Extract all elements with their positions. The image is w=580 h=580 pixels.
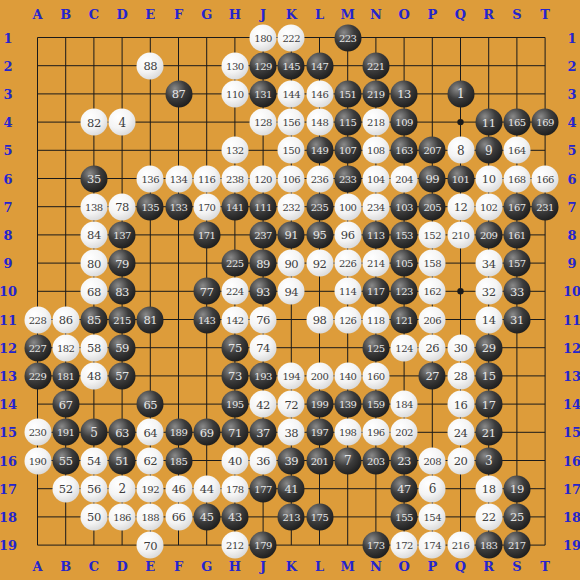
stone-F16[interactable]: 185 — [165, 447, 192, 474]
stone-D10[interactable]: 83 — [109, 278, 136, 305]
col-label-top-Q: Q — [455, 8, 466, 21]
stone-O7[interactable]: 103 — [391, 193, 418, 220]
stone-M11[interactable]: 126 — [334, 306, 361, 333]
stone-N14[interactable]: 159 — [362, 391, 389, 418]
stone-P6[interactable]: 99 — [419, 165, 446, 192]
stone-S18[interactable]: 25 — [503, 503, 530, 530]
stone-K3[interactable]: 144 — [278, 80, 305, 107]
stone-E19[interactable]: 70 — [137, 532, 164, 559]
stone-O6[interactable]: 204 — [391, 165, 418, 192]
row-label-right-16: 16 — [563, 454, 580, 467]
stone-K17[interactable]: 41 — [278, 475, 305, 502]
stone-Q6[interactable]: 101 — [447, 165, 474, 192]
stone-S10[interactable]: 33 — [503, 278, 530, 305]
row-label-left-5: 5 — [3, 144, 12, 157]
stone-L15[interactable]: 197 — [306, 419, 333, 446]
stone-H17[interactable]: 178 — [221, 475, 248, 502]
stone-J8[interactable]: 237 — [250, 221, 277, 248]
stone-K5[interactable]: 150 — [278, 137, 305, 164]
stone-H15[interactable]: 71 — [221, 419, 248, 446]
stone-L7[interactable]: 235 — [306, 193, 333, 220]
stone-O12[interactable]: 124 — [391, 334, 418, 361]
stone-M8[interactable]: 96 — [334, 221, 361, 248]
stone-L2[interactable]: 147 — [306, 52, 333, 79]
stone-H18[interactable]: 43 — [221, 503, 248, 530]
stone-K13[interactable]: 194 — [278, 362, 305, 389]
stone-Q19[interactable]: 216 — [447, 532, 474, 559]
stone-H19[interactable]: 212 — [221, 532, 248, 559]
stone-J12[interactable]: 74 — [250, 334, 277, 361]
stone-D12[interactable]: 59 — [109, 334, 136, 361]
stone-H13[interactable]: 73 — [221, 362, 248, 389]
stone-L9[interactable]: 92 — [306, 250, 333, 277]
row-label-left-12: 12 — [0, 341, 17, 354]
stone-C18[interactable]: 50 — [80, 503, 107, 530]
stone-C16[interactable]: 54 — [80, 447, 107, 474]
stone-H3[interactable]: 110 — [221, 80, 248, 107]
stone-Q13[interactable]: 28 — [447, 362, 474, 389]
stone-F18[interactable]: 66 — [165, 503, 192, 530]
col-label-top-P: P — [427, 8, 437, 21]
stone-J16[interactable]: 36 — [250, 447, 277, 474]
stone-P11[interactable]: 206 — [419, 306, 446, 333]
col-label-top-L: L — [315, 8, 324, 21]
stone-P12[interactable]: 26 — [419, 334, 446, 361]
stone-J19[interactable]: 179 — [250, 532, 277, 559]
stone-N4[interactable]: 218 — [362, 109, 389, 136]
stone-K15[interactable]: 38 — [278, 419, 305, 446]
stone-L13[interactable]: 200 — [306, 362, 333, 389]
col-label-top-A: A — [32, 8, 42, 21]
stone-C10[interactable]: 68 — [80, 278, 107, 305]
stone-T6[interactable]: 166 — [532, 165, 559, 192]
stone-O14[interactable]: 184 — [391, 391, 418, 418]
stone-F3[interactable]: 87 — [165, 80, 192, 107]
stone-F6[interactable]: 134 — [165, 165, 192, 192]
col-label-bottom-R: R — [483, 560, 494, 573]
col-label-bottom-G: G — [201, 560, 212, 573]
stone-N11[interactable]: 118 — [362, 306, 389, 333]
stone-C9[interactable]: 80 — [80, 250, 107, 277]
stone-O10[interactable]: 123 — [391, 278, 418, 305]
row-label-right-3: 3 — [567, 87, 576, 100]
col-label-bottom-K: K — [286, 560, 297, 573]
stone-O9[interactable]: 105 — [391, 250, 418, 277]
stone-D17[interactable]: 2 — [109, 475, 136, 502]
stone-O8[interactable]: 153 — [391, 221, 418, 248]
stone-R17[interactable]: 18 — [475, 475, 502, 502]
col-label-top-R: R — [483, 8, 494, 21]
col-label-top-M: M — [340, 8, 354, 21]
stone-H16[interactable]: 40 — [221, 447, 248, 474]
stone-E11[interactable]: 81 — [137, 306, 164, 333]
stone-P9[interactable]: 158 — [419, 250, 446, 277]
row-label-right-4: 4 — [567, 116, 576, 129]
stone-J17[interactable]: 177 — [250, 475, 277, 502]
stone-K10[interactable]: 94 — [278, 278, 305, 305]
stone-S4[interactable]: 165 — [503, 109, 530, 136]
stone-K14[interactable]: 72 — [278, 391, 305, 418]
stone-R13[interactable]: 15 — [475, 362, 502, 389]
stone-C6[interactable]: 35 — [80, 165, 107, 192]
col-label-top-H: H — [229, 8, 241, 21]
stone-T7[interactable]: 231 — [532, 193, 559, 220]
stone-D11[interactable]: 215 — [109, 306, 136, 333]
row-label-left-17: 17 — [0, 482, 17, 495]
row-label-left-9: 9 — [3, 257, 12, 270]
stone-P16[interactable]: 208 — [419, 447, 446, 474]
row-label-left-2: 2 — [3, 59, 12, 72]
stone-R10[interactable]: 32 — [475, 278, 502, 305]
stone-K8[interactable]: 91 — [278, 221, 305, 248]
stone-J9[interactable]: 89 — [250, 250, 277, 277]
stone-L14[interactable]: 199 — [306, 391, 333, 418]
stone-J14[interactable]: 42 — [250, 391, 277, 418]
stone-L6[interactable]: 236 — [306, 165, 333, 192]
stone-E6[interactable]: 136 — [137, 165, 164, 192]
stone-E7[interactable]: 135 — [137, 193, 164, 220]
stone-R12[interactable]: 29 — [475, 334, 502, 361]
stone-S17[interactable]: 19 — [503, 475, 530, 502]
stone-E16[interactable]: 62 — [137, 447, 164, 474]
col-label-bottom-M: M — [340, 560, 354, 573]
stone-F7[interactable]: 133 — [165, 193, 192, 220]
stone-R9[interactable]: 34 — [475, 250, 502, 277]
stone-B17[interactable]: 52 — [52, 475, 79, 502]
stone-H7[interactable]: 141 — [221, 193, 248, 220]
stone-J7[interactable]: 111 — [250, 193, 277, 220]
stone-J4[interactable]: 128 — [250, 109, 277, 136]
stone-E2[interactable]: 88 — [137, 52, 164, 79]
stone-O18[interactable]: 155 — [391, 503, 418, 530]
stone-A11[interactable]: 228 — [24, 306, 51, 333]
col-label-top-G: G — [201, 8, 212, 21]
row-label-left-7: 7 — [3, 200, 12, 213]
stone-M14[interactable]: 139 — [334, 391, 361, 418]
stone-R6[interactable]: 10 — [475, 165, 502, 192]
row-label-right-1: 1 — [567, 31, 576, 44]
row-label-right-11: 11 — [563, 313, 580, 326]
stone-H12[interactable]: 75 — [221, 334, 248, 361]
row-label-left-18: 18 — [0, 510, 17, 523]
stone-B13[interactable]: 181 — [52, 362, 79, 389]
stone-R14[interactable]: 17 — [475, 391, 502, 418]
stone-G8[interactable]: 171 — [193, 221, 220, 248]
col-label-bottom-S: S — [512, 560, 521, 573]
stone-A15[interactable]: 230 — [24, 419, 51, 446]
stone-H11[interactable]: 142 — [221, 306, 248, 333]
stone-R7[interactable]: 102 — [475, 193, 502, 220]
row-label-left-8: 8 — [3, 228, 12, 241]
row-label-right-10: 10 — [563, 285, 580, 298]
stone-P7[interactable]: 205 — [419, 193, 446, 220]
stone-G17[interactable]: 44 — [193, 475, 220, 502]
stone-D9[interactable]: 79 — [109, 250, 136, 277]
stone-O5[interactable]: 163 — [391, 137, 418, 164]
col-label-bottom-T: T — [540, 560, 550, 573]
stone-O15[interactable]: 202 — [391, 419, 418, 446]
stone-G10[interactable]: 77 — [193, 278, 220, 305]
col-label-bottom-J: J — [260, 560, 266, 573]
stone-N6[interactable]: 104 — [362, 165, 389, 192]
stone-C12[interactable]: 58 — [80, 334, 107, 361]
col-label-top-J: J — [260, 8, 266, 21]
col-label-top-N: N — [370, 8, 382, 21]
stone-S6[interactable]: 168 — [503, 165, 530, 192]
stone-J2[interactable]: 129 — [250, 52, 277, 79]
col-label-bottom-B: B — [60, 560, 71, 573]
stone-H6[interactable]: 238 — [221, 165, 248, 192]
row-label-left-3: 3 — [3, 87, 12, 100]
stone-G18[interactable]: 45 — [193, 503, 220, 530]
stone-G11[interactable]: 143 — [193, 306, 220, 333]
stone-J3[interactable]: 131 — [250, 80, 277, 107]
stone-Q8[interactable]: 210 — [447, 221, 474, 248]
row-label-left-16: 16 — [0, 454, 17, 467]
stone-A16[interactable]: 190 — [24, 447, 51, 474]
row-label-right-19: 19 — [563, 539, 580, 552]
stone-M16[interactable]: 7 — [334, 447, 361, 474]
col-label-bottom-E: E — [145, 560, 155, 573]
stone-S5[interactable]: 164 — [503, 137, 530, 164]
col-label-bottom-L: L — [315, 560, 324, 573]
row-label-left-10: 10 — [0, 285, 17, 298]
stone-O11[interactable]: 121 — [391, 306, 418, 333]
stone-R5[interactable]: 9 — [475, 137, 502, 164]
stone-J10[interactable]: 93 — [250, 278, 277, 305]
stone-E18[interactable]: 188 — [137, 503, 164, 530]
stone-L16[interactable]: 201 — [306, 447, 333, 474]
stone-K9[interactable]: 90 — [278, 250, 305, 277]
stone-K2[interactable]: 145 — [278, 52, 305, 79]
stone-O17[interactable]: 47 — [391, 475, 418, 502]
stone-O16[interactable]: 23 — [391, 447, 418, 474]
stone-R8[interactable]: 209 — [475, 221, 502, 248]
row-label-right-13: 13 — [563, 369, 580, 382]
stone-F17[interactable]: 46 — [165, 475, 192, 502]
stone-O3[interactable]: 13 — [391, 80, 418, 107]
stone-R15[interactable]: 21 — [475, 419, 502, 446]
stone-D15[interactable]: 63 — [109, 419, 136, 446]
stone-C7[interactable]: 138 — [80, 193, 107, 220]
stone-D8[interactable]: 137 — [109, 221, 136, 248]
stone-R19[interactable]: 183 — [475, 532, 502, 559]
stone-M4[interactable]: 115 — [334, 109, 361, 136]
stone-A12[interactable]: 227 — [24, 334, 51, 361]
stone-N15[interactable]: 196 — [362, 419, 389, 446]
stone-L11[interactable]: 98 — [306, 306, 333, 333]
stone-K16[interactable]: 39 — [278, 447, 305, 474]
stone-D4[interactable]: 4 — [109, 109, 136, 136]
stone-Q3[interactable]: 1 — [447, 80, 474, 107]
stone-B11[interactable]: 86 — [52, 306, 79, 333]
row-label-left-11: 11 — [0, 313, 17, 326]
row-label-right-7: 7 — [567, 200, 576, 213]
stone-Q15[interactable]: 24 — [447, 419, 474, 446]
stone-G6[interactable]: 116 — [193, 165, 220, 192]
stone-B12[interactable]: 182 — [52, 334, 79, 361]
stone-B14[interactable]: 67 — [52, 391, 79, 418]
stone-C8[interactable]: 84 — [80, 221, 107, 248]
stone-D18[interactable]: 186 — [109, 503, 136, 530]
stone-L18[interactable]: 175 — [306, 503, 333, 530]
stone-D7[interactable]: 78 — [109, 193, 136, 220]
col-label-top-C: C — [89, 8, 99, 21]
stone-P17[interactable]: 6 — [419, 475, 446, 502]
stone-P13[interactable]: 27 — [419, 362, 446, 389]
row-label-right-17: 17 — [563, 482, 580, 495]
stone-J13[interactable]: 193 — [250, 362, 277, 389]
star-point-Q4 — [457, 119, 463, 125]
stone-M13[interactable]: 140 — [334, 362, 361, 389]
col-label-top-D: D — [116, 8, 127, 21]
stone-M3[interactable]: 151 — [334, 80, 361, 107]
stone-N7[interactable]: 234 — [362, 193, 389, 220]
stone-K1[interactable]: 222 — [278, 24, 305, 51]
stone-N19[interactable]: 173 — [362, 532, 389, 559]
stone-B16[interactable]: 55 — [52, 447, 79, 474]
row-label-left-13: 13 — [0, 369, 17, 382]
stone-C11[interactable]: 85 — [80, 306, 107, 333]
stone-N16[interactable]: 203 — [362, 447, 389, 474]
stone-M1[interactable]: 223 — [334, 24, 361, 51]
stone-S8[interactable]: 161 — [503, 221, 530, 248]
stone-Q12[interactable]: 30 — [447, 334, 474, 361]
row-label-right-8: 8 — [567, 228, 576, 241]
stone-O4[interactable]: 109 — [391, 109, 418, 136]
stone-G7[interactable]: 170 — [193, 193, 220, 220]
go-board[interactable]: AABBCCDDEEFFGGHHJJKKLLMMNNOOPPQQRRSSTT11… — [0, 0, 580, 580]
stone-P10[interactable]: 162 — [419, 278, 446, 305]
stone-K6[interactable]: 106 — [278, 165, 305, 192]
col-label-bottom-P: P — [427, 560, 437, 573]
col-label-bottom-O: O — [398, 560, 409, 573]
stone-L5[interactable]: 149 — [306, 137, 333, 164]
stone-R18[interactable]: 22 — [475, 503, 502, 530]
col-label-top-E: E — [145, 8, 155, 21]
col-label-top-B: B — [60, 8, 71, 21]
stone-M7[interactable]: 100 — [334, 193, 361, 220]
row-label-right-5: 5 — [567, 144, 576, 157]
stone-H14[interactable]: 195 — [221, 391, 248, 418]
col-label-bottom-F: F — [174, 560, 183, 573]
stone-E14[interactable]: 65 — [137, 391, 164, 418]
stone-M5[interactable]: 107 — [334, 137, 361, 164]
stone-H2[interactable]: 130 — [221, 52, 248, 79]
stone-P8[interactable]: 152 — [419, 221, 446, 248]
stone-H5[interactable]: 132 — [221, 137, 248, 164]
stone-C15[interactable]: 5 — [80, 419, 107, 446]
stone-R16[interactable]: 3 — [475, 447, 502, 474]
stone-M6[interactable]: 233 — [334, 165, 361, 192]
stone-A13[interactable]: 229 — [24, 362, 51, 389]
stone-S9[interactable]: 157 — [503, 250, 530, 277]
stone-D16[interactable]: 51 — [109, 447, 136, 474]
stone-P19[interactable]: 174 — [419, 532, 446, 559]
star-point-Q10 — [457, 288, 463, 294]
stone-K7[interactable]: 232 — [278, 193, 305, 220]
stone-H9[interactable]: 225 — [221, 250, 248, 277]
stone-C4[interactable]: 82 — [80, 109, 107, 136]
stone-N9[interactable]: 214 — [362, 250, 389, 277]
col-label-bottom-D: D — [116, 560, 127, 573]
col-label-bottom-A: A — [32, 560, 42, 573]
stone-H10[interactable]: 224 — [221, 278, 248, 305]
col-label-top-T: T — [540, 8, 550, 21]
stone-J6[interactable]: 120 — [250, 165, 277, 192]
col-label-top-O: O — [398, 8, 409, 21]
stone-L3[interactable]: 146 — [306, 80, 333, 107]
stone-S19[interactable]: 217 — [503, 532, 530, 559]
stone-S11[interactable]: 31 — [503, 306, 530, 333]
stone-M15[interactable]: 198 — [334, 419, 361, 446]
col-label-top-K: K — [286, 8, 297, 21]
stone-J11[interactable]: 76 — [250, 306, 277, 333]
col-label-bottom-N: N — [370, 560, 382, 573]
row-label-left-15: 15 — [0, 426, 17, 439]
stone-N3[interactable]: 219 — [362, 80, 389, 107]
stone-N2[interactable]: 221 — [362, 52, 389, 79]
stone-T4[interactable]: 169 — [532, 109, 559, 136]
stone-Q14[interactable]: 16 — [447, 391, 474, 418]
stone-N8[interactable]: 113 — [362, 221, 389, 248]
row-label-left-4: 4 — [3, 116, 12, 129]
row-label-right-18: 18 — [563, 510, 580, 523]
col-label-bottom-C: C — [89, 560, 99, 573]
stone-N5[interactable]: 108 — [362, 137, 389, 164]
stone-G15[interactable]: 69 — [193, 419, 220, 446]
row-label-right-12: 12 — [563, 341, 580, 354]
stone-Q5[interactable]: 8 — [447, 137, 474, 164]
stone-R4[interactable]: 11 — [475, 109, 502, 136]
stone-N12[interactable]: 125 — [362, 334, 389, 361]
stone-D13[interactable]: 57 — [109, 362, 136, 389]
stone-N10[interactable]: 117 — [362, 278, 389, 305]
stone-J1[interactable]: 180 — [250, 24, 277, 51]
stone-O19[interactable]: 172 — [391, 532, 418, 559]
stone-M10[interactable]: 114 — [334, 278, 361, 305]
row-label-left-14: 14 — [0, 398, 17, 411]
stone-C17[interactable]: 56 — [80, 475, 107, 502]
stone-R11[interactable]: 14 — [475, 306, 502, 333]
stone-N13[interactable]: 160 — [362, 362, 389, 389]
row-label-left-1: 1 — [3, 31, 12, 44]
stone-C13[interactable]: 48 — [80, 362, 107, 389]
row-label-right-14: 14 — [563, 398, 580, 411]
row-label-left-6: 6 — [3, 172, 12, 185]
stone-S7[interactable]: 167 — [503, 193, 530, 220]
col-label-bottom-Q: Q — [455, 560, 466, 573]
stone-E17[interactable]: 192 — [137, 475, 164, 502]
col-label-top-S: S — [512, 8, 521, 21]
stone-F15[interactable]: 189 — [165, 419, 192, 446]
stone-Q16[interactable]: 20 — [447, 447, 474, 474]
stone-K18[interactable]: 213 — [278, 503, 305, 530]
stone-P18[interactable]: 154 — [419, 503, 446, 530]
stone-E15[interactable]: 64 — [137, 419, 164, 446]
stone-B15[interactable]: 191 — [52, 419, 79, 446]
stone-M9[interactable]: 226 — [334, 250, 361, 277]
row-label-right-15: 15 — [563, 426, 580, 439]
stone-L8[interactable]: 95 — [306, 221, 333, 248]
row-label-left-19: 19 — [0, 539, 17, 552]
stone-Q7[interactable]: 12 — [447, 193, 474, 220]
stone-J15[interactable]: 37 — [250, 419, 277, 446]
row-label-right-9: 9 — [567, 257, 576, 270]
stone-K4[interactable]: 156 — [278, 109, 305, 136]
stone-P5[interactable]: 207 — [419, 137, 446, 164]
stone-L4[interactable]: 148 — [306, 109, 333, 136]
